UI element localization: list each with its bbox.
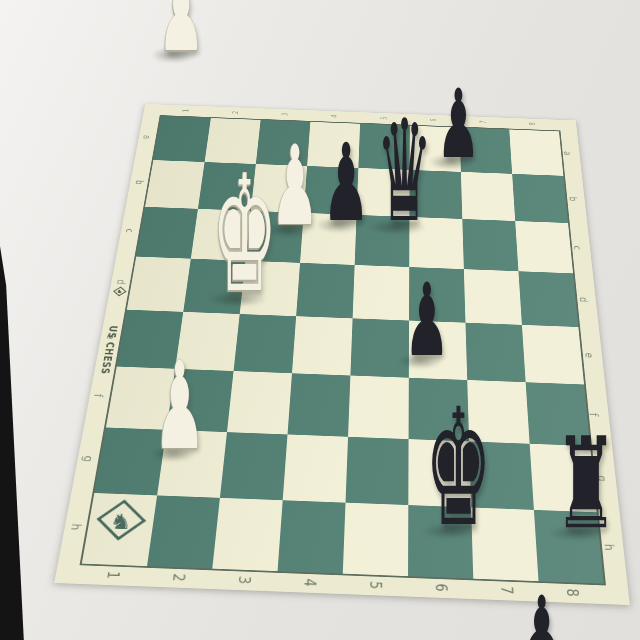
square-h1: ♞ (82, 493, 157, 566)
square-g6 (408, 439, 471, 507)
file-label-right-f: f (587, 413, 601, 417)
square-e2 (175, 312, 240, 371)
file-label-left-g: g (81, 455, 96, 462)
square-f1 (106, 367, 175, 430)
square-a7 (460, 128, 513, 174)
square-c1 (136, 207, 198, 259)
us-chess-label: US CHESS (106, 325, 120, 334)
rank-label-bottom-3: 3 (234, 576, 253, 585)
rank-label-bottom-1: 1 (103, 571, 122, 580)
rank-label-top-2: 2 (231, 111, 240, 114)
table-edge-shadow (0, 246, 28, 640)
rank-label-top-4: 4 (330, 115, 338, 118)
square-d1 (127, 257, 191, 312)
square-d7 (464, 269, 522, 325)
svg-text:♞: ♞ (116, 289, 123, 295)
square-h3 (212, 498, 282, 571)
square-g5 (346, 437, 409, 505)
square-c3 (245, 211, 303, 263)
square-g1 (94, 427, 166, 495)
piece-white-pawn-a2: ♟ (121, 0, 241, 56)
white-pawn-glyph: ♟ (157, 0, 205, 56)
square-e3 (234, 314, 297, 373)
square-a1 (153, 116, 211, 162)
square-a6 (410, 126, 461, 172)
file-label-left-c: c (123, 228, 136, 233)
square-a5 (358, 124, 409, 170)
square-e6 (409, 321, 467, 380)
square-a3 (256, 120, 310, 166)
square-a2 (205, 118, 261, 164)
square-h5 (343, 503, 409, 577)
square-f6 (409, 378, 470, 442)
rank-label-top-5: 5 (380, 116, 388, 119)
square-c7 (462, 219, 518, 271)
square-d5 (353, 265, 410, 321)
square-b8 (512, 174, 568, 223)
square-g2 (157, 430, 227, 498)
square-b6 (409, 170, 462, 219)
square-b3 (251, 164, 307, 213)
rank-label-top-8: 8 (528, 122, 537, 125)
rank-label-bottom-8: 8 (563, 588, 582, 597)
corner-knight-logo: ♞ (91, 497, 152, 543)
square-b1 (145, 160, 205, 209)
square-e1 (117, 310, 184, 369)
file-label-left-f: f (91, 394, 105, 398)
rank-label-top-7: 7 (479, 120, 487, 123)
square-d8 (518, 271, 578, 327)
square-b5 (357, 168, 410, 217)
square-f3 (227, 371, 292, 434)
us-chess-logo-icon: ♞ (111, 286, 128, 298)
piece-black-captured-pawn-offboard: ♟ (482, 603, 602, 640)
square-h6 (408, 505, 473, 579)
square-d2 (183, 259, 245, 314)
vinyl-board-mat: ♞ aabbccddeeffgghh1122334455667788 ♞ US … (54, 104, 630, 605)
file-label-left-d: d (114, 279, 128, 284)
square-f4 (288, 373, 351, 437)
rank-label-bottom-4: 4 (300, 578, 318, 587)
file-label-left-a: a (141, 135, 153, 139)
square-g4 (283, 434, 348, 502)
file-label-right-g: g (595, 475, 610, 482)
square-b7 (461, 172, 515, 221)
square-d6 (409, 267, 465, 323)
rank-label-bottom-7: 7 (497, 586, 515, 595)
chess-board: ♞ (82, 116, 604, 584)
square-h2 (147, 495, 220, 568)
square-h8 (534, 510, 604, 584)
rank-label-top-6: 6 (429, 118, 437, 121)
square-b2 (198, 162, 256, 211)
square-e8 (522, 325, 584, 385)
square-c8 (515, 221, 573, 273)
rank-label-top-1: 1 (181, 109, 190, 112)
file-label-right-c: c (571, 245, 584, 250)
square-g7 (469, 441, 534, 509)
square-a8 (509, 129, 563, 175)
rank-label-bottom-6: 6 (432, 583, 450, 592)
square-a4 (307, 122, 360, 168)
square-f7 (467, 380, 529, 444)
square-b4 (304, 166, 359, 215)
file-label-right-b: b (567, 197, 579, 202)
square-h4 (278, 500, 346, 573)
square-f8 (526, 382, 591, 446)
square-c2 (191, 209, 251, 261)
square-g3 (220, 432, 288, 500)
square-e5 (350, 318, 409, 377)
square-h7 (471, 507, 538, 581)
square-c6 (409, 217, 464, 269)
file-label-right-d: d (577, 297, 590, 303)
rank-label-bottom-2: 2 (169, 573, 188, 582)
file-label-right-h: h (601, 544, 616, 551)
square-e4 (292, 316, 353, 375)
square-c4 (300, 213, 357, 265)
board-photo-scene: ♞ aabbccddeeffgghh1122334455667788 ♞ US … (0, 0, 640, 640)
square-d3 (240, 261, 300, 316)
rank-label-top-3: 3 (280, 113, 289, 116)
square-g8 (530, 444, 597, 513)
rank-label-bottom-5: 5 (366, 581, 384, 590)
square-f2 (166, 369, 233, 432)
square-f5 (348, 376, 409, 440)
file-label-left-h: h (68, 523, 84, 530)
square-e7 (465, 323, 525, 383)
file-label-left-b: b (133, 180, 146, 185)
file-label-right-e: e (582, 352, 596, 358)
svg-text:♞: ♞ (108, 509, 135, 535)
piece-shadow (151, 47, 197, 63)
file-label-right-a: a (562, 151, 574, 155)
square-d4 (296, 263, 354, 319)
square-c5 (355, 215, 410, 267)
